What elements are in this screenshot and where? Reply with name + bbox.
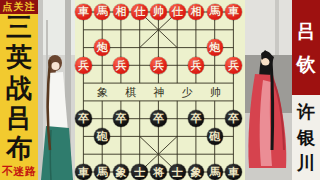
piece-red-pawn-3[interactable]: 兵 [150, 57, 167, 74]
piece-black-pawn-3[interactable]: 卒 [150, 110, 167, 127]
right-character-art [245, 0, 292, 180]
title-char: 布 [6, 136, 32, 162]
player-char: 川 [297, 154, 315, 172]
subscribe-banner: 点关注 [0, 0, 38, 14]
piece-red-pawn-4[interactable]: 兵 [188, 57, 205, 74]
piece-red-pawn-5[interactable]: 兵 [225, 57, 242, 74]
piece-black-horse-right[interactable]: 馬 [207, 164, 224, 180]
player-char: 钦 [297, 55, 316, 74]
piece-red-pawn-1[interactable]: 兵 [75, 57, 92, 74]
piece-black-advisor-left[interactable]: 士 [131, 164, 148, 180]
piece-black-chariot-left[interactable]: 車 [75, 164, 92, 180]
player-char: 吕 [297, 22, 316, 41]
episode-title: 三 英 战 吕 布 [0, 15, 38, 162]
piece-black-king[interactable]: 将 [150, 164, 167, 180]
title-char: 英 [6, 45, 32, 71]
piece-black-pawn-4[interactable]: 卒 [188, 110, 205, 127]
piece-black-chariot-right[interactable]: 車 [225, 164, 242, 180]
piece-black-pawn-5[interactable]: 卒 [225, 110, 242, 127]
piece-black-cannon-right[interactable]: 砲 [207, 128, 224, 145]
xiangqi-board[interactable]: 象 棋 神 少 帅 車馬相仕帅仕相馬車炮炮兵兵兵兵兵卒卒卒卒卒砲砲車馬象士将士象… [75, 0, 245, 180]
player-black-name: 许 银 川 [292, 95, 320, 180]
left-character-art [38, 0, 75, 180]
piece-red-elephant-left[interactable]: 相 [113, 4, 130, 21]
left-character-illustration [38, 0, 75, 180]
title-char: 吕 [6, 106, 32, 132]
piece-red-cannon-right[interactable]: 炮 [207, 39, 224, 56]
piece-red-advisor-left[interactable]: 仕 [131, 4, 148, 21]
xiangqi-thumbnail: 点关注 三 英 战 吕 布 不迷路 [0, 0, 320, 180]
piece-black-elephant-right[interactable]: 象 [188, 164, 205, 180]
piece-red-elephant-right[interactable]: 相 [188, 4, 205, 21]
piece-red-king[interactable]: 帅 [150, 4, 167, 21]
piece-red-chariot-left[interactable]: 車 [75, 4, 92, 21]
board-grid[interactable]: 車馬相仕帅仕相馬車炮炮兵兵兵兵兵卒卒卒卒卒砲砲車馬象士将士象馬車 [74, 3, 243, 180]
piece-black-elephant-left[interactable]: 象 [113, 164, 130, 180]
piece-red-horse-left[interactable]: 馬 [94, 4, 111, 21]
right-player-strip: 吕 钦 许 银 川 [292, 0, 320, 180]
title-char: 战 [6, 76, 32, 102]
piece-red-chariot-right[interactable]: 車 [225, 4, 242, 21]
piece-red-horse-right[interactable]: 馬 [207, 4, 224, 21]
left-title-strip: 点关注 三 英 战 吕 布 不迷路 [0, 0, 38, 180]
piece-black-advisor-right[interactable]: 士 [169, 164, 186, 180]
piece-black-pawn-2[interactable]: 卒 [113, 110, 130, 127]
piece-red-pawn-2[interactable]: 兵 [113, 57, 130, 74]
piece-black-horse-left[interactable]: 馬 [94, 164, 111, 180]
title-char: 三 [6, 15, 32, 41]
piece-black-pawn-1[interactable]: 卒 [75, 110, 92, 127]
piece-black-cannon-left[interactable]: 砲 [94, 128, 111, 145]
piece-red-cannon-left[interactable]: 炮 [94, 39, 111, 56]
right-character-illustration [245, 0, 292, 180]
piece-red-advisor-right[interactable]: 仕 [169, 4, 186, 21]
subscribe-banner-tail: 不迷路 [0, 164, 38, 179]
player-char: 银 [297, 129, 315, 147]
player-red-name: 吕 钦 [292, 0, 320, 95]
player-char: 许 [297, 103, 315, 121]
